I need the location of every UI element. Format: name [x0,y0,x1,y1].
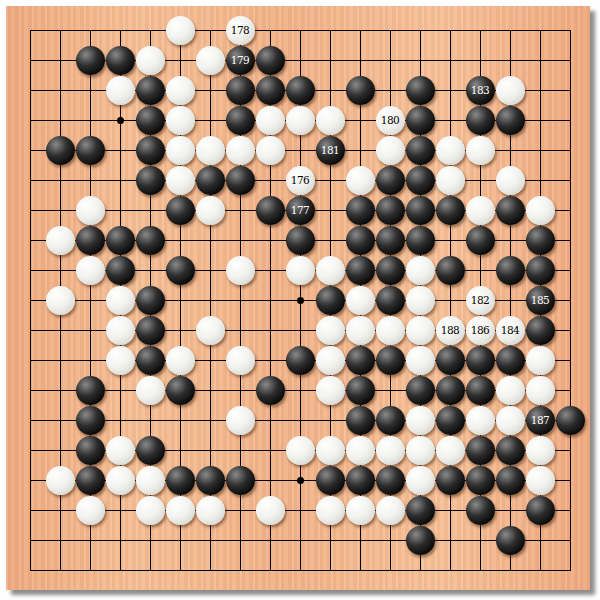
black-stone [466,436,495,465]
black-stone [76,46,105,75]
black-stone [166,256,195,285]
move-number-label: 185 [531,295,550,306]
white-stone [196,136,225,165]
white-stone [526,376,555,405]
black-stone [256,196,285,225]
black-stone [406,76,435,105]
white-stone [316,316,345,345]
white-stone [376,136,405,165]
white-stone [316,436,345,465]
black-stone [136,106,165,135]
move-number-label: 179 [231,55,250,66]
black-stone [166,376,195,405]
black-stone [346,256,375,285]
white-stone [406,436,435,465]
white-stone [406,466,435,495]
white-stone: 186 [466,316,495,345]
white-stone [496,76,525,105]
white-stone [316,256,345,285]
black-stone [466,496,495,525]
black-stone [226,106,255,135]
black-stone [436,256,465,285]
black-stone [376,466,405,495]
black-stone [76,226,105,255]
white-stone [316,346,345,375]
black-stone [346,406,375,435]
go-board[interactable]: 178179183180181176177182185188186184187 [6,6,590,590]
white-stone [286,256,315,285]
move-number-label: 183 [471,85,490,96]
black-stone [136,136,165,165]
white-stone [346,436,375,465]
black-stone [136,226,165,255]
white-stone [286,106,315,135]
black-stone [376,256,405,285]
black-stone [526,496,555,525]
white-stone [226,346,255,375]
black-stone [226,466,255,495]
black-stone [406,196,435,225]
black-stone [256,376,285,405]
move-number-label: 181 [321,145,340,156]
white-stone [106,466,135,495]
white-stone [526,436,555,465]
black-stone [406,136,435,165]
white-stone [526,196,555,225]
black-stone [496,106,525,135]
black-stone: 181 [316,136,345,165]
black-stone [286,346,315,375]
black-stone [466,376,495,405]
black-stone [436,376,465,405]
white-stone [316,376,345,405]
black-stone [376,196,405,225]
white-stone [196,46,225,75]
black-stone [406,106,435,135]
black-stone [46,136,75,165]
white-stone [376,316,405,345]
black-stone [226,166,255,195]
black-stone [136,286,165,315]
white-stone [466,406,495,435]
white-stone [106,316,135,345]
black-stone [136,166,165,195]
white-stone [166,16,195,45]
black-stone [496,466,525,495]
white-stone [166,136,195,165]
white-stone [406,286,435,315]
white-stone [496,406,525,435]
black-stone [346,466,375,495]
white-stone [406,316,435,345]
black-stone [136,436,165,465]
move-number-label: 186 [471,325,490,336]
white-stone [526,346,555,375]
white-stone [256,106,285,135]
black-stone [496,196,525,225]
star-point [297,477,304,484]
white-stone: 182 [466,286,495,315]
white-stone [46,226,75,255]
black-stone [436,466,465,495]
black-stone: 179 [226,46,255,75]
black-stone [466,226,495,255]
white-stone [196,496,225,525]
black-stone [136,316,165,345]
black-stone [436,406,465,435]
white-stone [136,46,165,75]
white-stone [196,196,225,225]
white-stone [76,496,105,525]
screenshot-page: 178179183180181176177182185188186184187 [0,0,600,600]
white-stone [106,76,135,105]
black-stone [76,466,105,495]
white-stone: 180 [376,106,405,135]
black-stone [436,196,465,225]
black-stone [526,226,555,255]
white-stone: 176 [286,166,315,195]
black-stone [106,256,135,285]
move-number-label: 188 [441,325,460,336]
white-stone [76,196,105,225]
black-stone [106,226,135,255]
grid-line-vertical [570,30,571,571]
white-stone [226,136,255,165]
black-stone [196,466,225,495]
white-stone [256,496,285,525]
black-stone [346,196,375,225]
black-stone [466,106,495,135]
white-stone: 188 [436,316,465,345]
white-stone [166,106,195,135]
white-stone [346,286,375,315]
black-stone: 187 [526,406,555,435]
black-stone [136,76,165,105]
black-stone [526,316,555,345]
white-stone [46,466,75,495]
black-stone [406,376,435,405]
white-stone [466,196,495,225]
black-stone [436,346,465,375]
white-stone [346,316,375,345]
black-stone [406,226,435,255]
move-number-label: 184 [501,325,520,336]
white-stone [106,286,135,315]
black-stone [316,286,345,315]
black-stone [136,346,165,375]
grid-line-horizontal [30,540,571,541]
white-stone [76,256,105,285]
white-stone [346,496,375,525]
white-stone [226,406,255,435]
grid-line-horizontal [30,570,571,571]
black-stone [496,436,525,465]
star-point [117,117,124,124]
white-stone [46,286,75,315]
black-stone: 177 [286,196,315,225]
white-stone [286,436,315,465]
black-stone [256,46,285,75]
black-stone [466,466,495,495]
move-number-label: 187 [531,415,550,426]
move-number-label: 178 [231,25,250,36]
white-stone [136,376,165,405]
black-stone [346,226,375,255]
white-stone [436,166,465,195]
white-stone [136,496,165,525]
white-stone [406,256,435,285]
move-number-label: 176 [291,175,310,186]
white-stone: 184 [496,316,525,345]
black-stone [406,526,435,555]
black-stone [556,406,585,435]
black-stone [106,46,135,75]
white-stone [466,136,495,165]
black-stone [226,76,255,105]
white-stone [406,406,435,435]
white-stone [406,346,435,375]
black-stone [76,406,105,435]
white-stone [496,376,525,405]
black-stone [76,376,105,405]
black-stone [316,466,345,495]
white-stone [316,106,345,135]
black-stone [376,286,405,315]
black-stone [346,76,375,105]
white-stone [376,496,405,525]
white-stone [166,76,195,105]
black-stone [466,346,495,375]
move-number-label: 177 [291,205,310,216]
black-stone [406,166,435,195]
black-stone [196,166,225,195]
black-stone [496,256,525,285]
white-stone [196,316,225,345]
black-stone [256,76,285,105]
black-stone [166,466,195,495]
move-number-label: 180 [381,115,400,126]
black-stone [406,496,435,525]
black-stone [376,166,405,195]
black-stone [526,256,555,285]
black-stone [376,346,405,375]
white-stone [166,496,195,525]
black-stone [166,196,195,225]
black-stone [346,346,375,375]
white-stone [166,166,195,195]
black-stone [376,406,405,435]
white-stone [256,136,285,165]
black-stone [346,376,375,405]
black-stone [376,226,405,255]
white-stone [496,166,525,195]
white-stone [136,466,165,495]
white-stone [106,346,135,375]
black-stone [76,436,105,465]
white-stone [436,136,465,165]
black-stone: 183 [466,76,495,105]
white-stone [106,436,135,465]
white-stone [526,466,555,495]
star-point [297,297,304,304]
black-stone [286,76,315,105]
white-stone [376,436,405,465]
black-stone: 185 [526,286,555,315]
black-stone [76,136,105,165]
white-stone [346,166,375,195]
black-stone [286,226,315,255]
white-stone [226,256,255,285]
black-stone [496,526,525,555]
white-stone: 178 [226,16,255,45]
move-number-label: 182 [471,295,490,306]
white-stone [316,496,345,525]
black-stone [496,346,525,375]
white-stone [436,436,465,465]
white-stone [166,346,195,375]
